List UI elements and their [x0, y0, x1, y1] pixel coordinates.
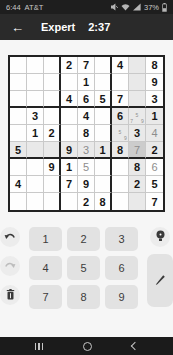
- cell-r8c3[interactable]: [44, 176, 61, 193]
- cell-r2c5[interactable]: 1: [78, 74, 95, 91]
- key-4[interactable]: 4: [29, 256, 62, 280]
- home-icon[interactable]: [83, 342, 92, 351]
- cell-r9c4[interactable]: [61, 193, 78, 210]
- cell-r7c9[interactable]: 6: [146, 159, 163, 176]
- cell-r5c7[interactable]: 59: [112, 125, 129, 142]
- cell-r9c8[interactable]: [129, 193, 146, 210]
- undo-button[interactable]: [0, 227, 20, 247]
- cell-r9c1[interactable]: [10, 193, 27, 210]
- cell-r5c9[interactable]: 4: [146, 125, 163, 142]
- cell-r3c3[interactable]: [44, 91, 61, 108]
- game-area: 2748194657334657911285934593187291586479…: [0, 40, 173, 337]
- status-bar: 6:44 AT&T 37%: [0, 0, 173, 14]
- cell-r5c8[interactable]: 3: [129, 125, 146, 142]
- key-1[interactable]: 1: [29, 227, 62, 251]
- sudoku-board: 2748194657334657911285934593187291586479…: [8, 55, 165, 212]
- back-button[interactable]: ←: [11, 21, 24, 34]
- cell-r5c6[interactable]: [95, 125, 112, 142]
- android-nav-bar: [0, 337, 173, 355]
- clock: 6:44: [6, 3, 21, 12]
- cell-r9c2[interactable]: [27, 193, 44, 210]
- mute-icon: [111, 3, 118, 11]
- timer-label: 2:37: [88, 21, 110, 33]
- difficulty-label: Expert: [41, 21, 75, 33]
- cell-r2c2[interactable]: [27, 74, 44, 91]
- cell-r3c9[interactable]: 3: [146, 91, 163, 108]
- cell-r6c2[interactable]: [27, 142, 44, 159]
- redo-icon: [4, 257, 16, 275]
- cell-r9c6[interactable]: 8: [95, 193, 112, 210]
- cell-r7c7[interactable]: [112, 159, 129, 176]
- key-8[interactable]: 8: [67, 285, 100, 309]
- key-5[interactable]: 5: [67, 256, 100, 280]
- cell-r5c2[interactable]: 1: [27, 125, 44, 142]
- cell-r5c1[interactable]: [10, 125, 27, 142]
- cell-r8c2[interactable]: [27, 176, 44, 193]
- battery-percent: 37%: [144, 3, 159, 12]
- cell-r8c5[interactable]: 9: [78, 176, 95, 193]
- cell-r1c9[interactable]: 8: [146, 57, 163, 74]
- pencil-marks-r4c8: 579: [129, 108, 145, 124]
- undo-icon: [4, 228, 16, 246]
- key-3[interactable]: 3: [105, 227, 138, 251]
- cell-r4c9[interactable]: 1: [146, 108, 163, 125]
- cell-r9c9[interactable]: 7: [146, 193, 163, 210]
- cell-r3c2[interactable]: [27, 91, 44, 108]
- cell-r1c6[interactable]: [95, 57, 112, 74]
- cell-r3c4[interactable]: 4: [61, 91, 78, 108]
- cell-r7c6[interactable]: [95, 159, 112, 176]
- cell-r1c5[interactable]: 7: [78, 57, 95, 74]
- pencil-icon: [154, 272, 166, 290]
- key-2[interactable]: 2: [67, 227, 100, 251]
- key-7[interactable]: 7: [29, 285, 62, 309]
- cell-r6c7[interactable]: 8: [112, 142, 129, 159]
- cell-r9c3[interactable]: [44, 193, 61, 210]
- erase-button[interactable]: [0, 285, 20, 305]
- cell-r1c1[interactable]: [10, 57, 27, 74]
- cell-r1c4[interactable]: 2: [61, 57, 78, 74]
- cell-r1c8[interactable]: [129, 57, 146, 74]
- cell-r8c7[interactable]: [112, 176, 129, 193]
- cell-r4c4[interactable]: [61, 108, 78, 125]
- cell-r6c9[interactable]: 2: [146, 142, 163, 159]
- hint-button[interactable]: [150, 227, 170, 247]
- cell-r1c3[interactable]: [44, 57, 61, 74]
- cell-r4c2[interactable]: 3: [27, 108, 44, 125]
- key-9[interactable]: 9: [105, 285, 138, 309]
- battery-icon: [162, 3, 167, 12]
- trash-icon: [6, 286, 15, 304]
- cell-r4c8[interactable]: 579: [129, 108, 146, 125]
- cell-r2c4[interactable]: [61, 74, 78, 91]
- cell-r3c1[interactable]: [10, 91, 27, 108]
- controls: 123456789: [0, 227, 173, 309]
- cell-r1c2[interactable]: [27, 57, 44, 74]
- header: ← Expert 2:37: [0, 14, 173, 40]
- cell-r3c5[interactable]: 6: [78, 91, 95, 108]
- cell-r7c3[interactable]: 9: [44, 159, 61, 176]
- cell-r7c4[interactable]: 1: [61, 159, 78, 176]
- cell-r4c6[interactable]: [95, 108, 112, 125]
- cell-r6c5[interactable]: 3: [78, 142, 95, 159]
- cell-r9c5[interactable]: 2: [78, 193, 95, 210]
- cell-r8c9[interactable]: 5: [146, 176, 163, 193]
- lightbulb-icon: [155, 228, 166, 246]
- cell-r7c8[interactable]: 8: [129, 159, 146, 176]
- key-6[interactable]: 6: [105, 256, 138, 280]
- cell-r4c7[interactable]: 6: [112, 108, 129, 125]
- cell-r4c1[interactable]: [10, 108, 27, 125]
- cell-r7c5[interactable]: 5: [78, 159, 95, 176]
- cell-r6c8[interactable]: 7: [129, 142, 146, 159]
- cell-r3c7[interactable]: 7: [112, 91, 129, 108]
- cell-r6c4[interactable]: 9: [61, 142, 78, 159]
- pencil-marks-r5c7: 59: [112, 125, 128, 141]
- recents-icon[interactable]: [35, 343, 44, 350]
- cell-r3c8[interactable]: [129, 91, 146, 108]
- cell-r2c8[interactable]: [129, 74, 146, 91]
- cell-r2c1[interactable]: [10, 74, 27, 91]
- carrier-label: AT&T: [25, 3, 44, 12]
- cell-r5c5[interactable]: 8: [78, 125, 95, 142]
- cell-r2c6[interactable]: [95, 74, 112, 91]
- cell-r2c3[interactable]: [44, 74, 61, 91]
- cell-r8c4[interactable]: 7: [61, 176, 78, 193]
- redo-button[interactable]: [0, 256, 20, 276]
- cell-r5c4[interactable]: [61, 125, 78, 142]
- cell-r6c6[interactable]: 1: [95, 142, 112, 159]
- cell-r4c3[interactable]: [44, 108, 61, 125]
- number-pad: 123456789: [29, 227, 138, 309]
- cell-r8c1[interactable]: 4: [10, 176, 27, 193]
- cell-r3c6[interactable]: 5: [95, 91, 112, 108]
- cell-r8c8[interactable]: 2: [129, 176, 146, 193]
- wifi-icon: [121, 3, 130, 11]
- cell-r7c2[interactable]: [27, 159, 44, 176]
- cell-r7c1[interactable]: [10, 159, 27, 176]
- cell-r2c9[interactable]: 9: [146, 74, 163, 91]
- cell-r8c6[interactable]: [95, 176, 112, 193]
- cell-r4c5[interactable]: 4: [78, 108, 95, 125]
- cell-r9c7[interactable]: [112, 193, 129, 210]
- cell-r5c3[interactable]: 2: [44, 125, 61, 142]
- notes-button[interactable]: [147, 254, 173, 307]
- cell-r6c1[interactable]: 5: [10, 142, 27, 159]
- cell-r1c7[interactable]: 4: [112, 57, 129, 74]
- back-nav-icon[interactable]: [131, 342, 139, 350]
- cell-r6c3[interactable]: [44, 142, 61, 159]
- cell-r2c7[interactable]: [112, 74, 129, 91]
- signal-icon: [133, 3, 141, 11]
